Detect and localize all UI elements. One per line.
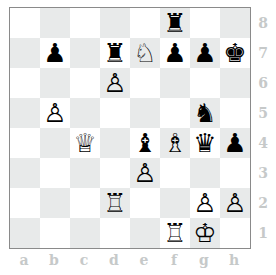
square-d4[interactable]: [100, 128, 130, 158]
square-e6[interactable]: [130, 68, 160, 98]
square-d1[interactable]: [100, 218, 130, 248]
square-e3[interactable]: ♙: [130, 158, 160, 188]
square-h8[interactable]: [220, 8, 250, 38]
rank-label-8: 8: [250, 8, 276, 38]
square-b4[interactable]: [40, 128, 70, 158]
square-d7[interactable]: ♜: [100, 38, 130, 68]
square-a2[interactable]: [10, 188, 40, 218]
rank-labels: 87654321: [250, 8, 276, 248]
file-label-g: g: [189, 250, 219, 270]
white-pawn[interactable]: ♙: [43, 100, 66, 126]
square-b2[interactable]: [40, 188, 70, 218]
square-d2[interactable]: ♖: [100, 188, 130, 218]
rank-label-4: 4: [250, 128, 276, 158]
black-rook[interactable]: ♜: [103, 40, 126, 66]
square-b7[interactable]: ♟: [40, 38, 70, 68]
file-label-d: d: [99, 250, 129, 270]
square-c5[interactable]: [70, 98, 100, 128]
square-c6[interactable]: [70, 68, 100, 98]
square-a7[interactable]: [10, 38, 40, 68]
square-h1[interactable]: [220, 218, 250, 248]
rank-label-2: 2: [250, 188, 276, 218]
square-h5[interactable]: [220, 98, 250, 128]
white-rook[interactable]: ♖: [163, 220, 186, 246]
square-c3[interactable]: [70, 158, 100, 188]
file-label-c: c: [69, 250, 99, 270]
square-c1[interactable]: [70, 218, 100, 248]
square-h4[interactable]: ♟: [220, 128, 250, 158]
square-g7[interactable]: ♟: [190, 38, 220, 68]
square-h2[interactable]: ♙: [220, 188, 250, 218]
square-b8[interactable]: [40, 8, 70, 38]
white-king[interactable]: ♔: [193, 220, 216, 246]
square-e5[interactable]: [130, 98, 160, 128]
square-e7[interactable]: ♘: [130, 38, 160, 68]
square-a4[interactable]: [10, 128, 40, 158]
square-g6[interactable]: [190, 68, 220, 98]
square-f2[interactable]: [160, 188, 190, 218]
black-pawn[interactable]: ♟: [223, 130, 246, 156]
square-b1[interactable]: [40, 218, 70, 248]
chess-board: ♜♟♜♘♟♟♚♙♙♞♕♝♗♛♟♙♖♙♙♖♔: [9, 7, 251, 249]
black-queen[interactable]: ♛: [193, 130, 216, 156]
white-pawn[interactable]: ♙: [223, 190, 246, 216]
black-pawn[interactable]: ♟: [193, 40, 216, 66]
white-pawn[interactable]: ♙: [133, 160, 156, 186]
white-queen[interactable]: ♕: [73, 130, 96, 156]
file-label-b: b: [39, 250, 69, 270]
black-pawn[interactable]: ♟: [163, 40, 186, 66]
square-g4[interactable]: ♛: [190, 128, 220, 158]
square-c2[interactable]: [70, 188, 100, 218]
square-f3[interactable]: [160, 158, 190, 188]
white-knight[interactable]: ♘: [133, 40, 156, 66]
square-b3[interactable]: [40, 158, 70, 188]
rank-label-3: 3: [250, 158, 276, 188]
square-e8[interactable]: [130, 8, 160, 38]
black-rook[interactable]: ♜: [163, 10, 186, 36]
rank-label-5: 5: [250, 98, 276, 128]
square-g5[interactable]: ♞: [190, 98, 220, 128]
square-d8[interactable]: [100, 8, 130, 38]
square-a8[interactable]: [10, 8, 40, 38]
white-pawn[interactable]: ♙: [103, 70, 126, 96]
square-f8[interactable]: ♜: [160, 8, 190, 38]
square-g1[interactable]: ♔: [190, 218, 220, 248]
square-a6[interactable]: [10, 68, 40, 98]
square-f6[interactable]: [160, 68, 190, 98]
black-king[interactable]: ♚: [223, 40, 246, 66]
file-label-h: h: [219, 250, 249, 270]
white-bishop[interactable]: ♗: [163, 130, 186, 156]
file-label-e: e: [129, 250, 159, 270]
file-label-a: a: [9, 250, 39, 270]
square-g8[interactable]: [190, 8, 220, 38]
black-knight[interactable]: ♞: [193, 100, 216, 126]
square-a3[interactable]: [10, 158, 40, 188]
square-c4[interactable]: ♕: [70, 128, 100, 158]
square-c7[interactable]: [70, 38, 100, 68]
black-pawn[interactable]: ♟: [43, 40, 66, 66]
square-f4[interactable]: ♗: [160, 128, 190, 158]
square-d3[interactable]: [100, 158, 130, 188]
rank-label-6: 6: [250, 68, 276, 98]
square-e1[interactable]: [130, 218, 160, 248]
square-h7[interactable]: ♚: [220, 38, 250, 68]
square-h3[interactable]: [220, 158, 250, 188]
square-g2[interactable]: ♙: [190, 188, 220, 218]
square-d5[interactable]: [100, 98, 130, 128]
square-a1[interactable]: [10, 218, 40, 248]
square-g3[interactable]: [190, 158, 220, 188]
square-d6[interactable]: ♙: [100, 68, 130, 98]
rank-label-1: 1: [250, 218, 276, 248]
square-f5[interactable]: [160, 98, 190, 128]
square-b6[interactable]: [40, 68, 70, 98]
white-rook[interactable]: ♖: [103, 190, 126, 216]
square-a5[interactable]: [10, 98, 40, 128]
square-h6[interactable]: [220, 68, 250, 98]
square-c8[interactable]: [70, 8, 100, 38]
square-b5[interactable]: ♙: [40, 98, 70, 128]
rank-label-7: 7: [250, 38, 276, 68]
square-e4[interactable]: ♝: [130, 128, 160, 158]
square-f1[interactable]: ♖: [160, 218, 190, 248]
chess-diagram: ♜♟♜♘♟♟♚♙♙♞♕♝♗♛♟♙♖♙♙♖♔ 87654321 abcdefgh: [0, 0, 276, 275]
file-label-f: f: [159, 250, 189, 270]
square-e2[interactable]: [130, 188, 160, 218]
file-labels: abcdefgh: [9, 250, 251, 270]
square-f7[interactable]: ♟: [160, 38, 190, 68]
white-pawn[interactable]: ♙: [193, 190, 216, 216]
black-bishop[interactable]: ♝: [133, 130, 156, 156]
